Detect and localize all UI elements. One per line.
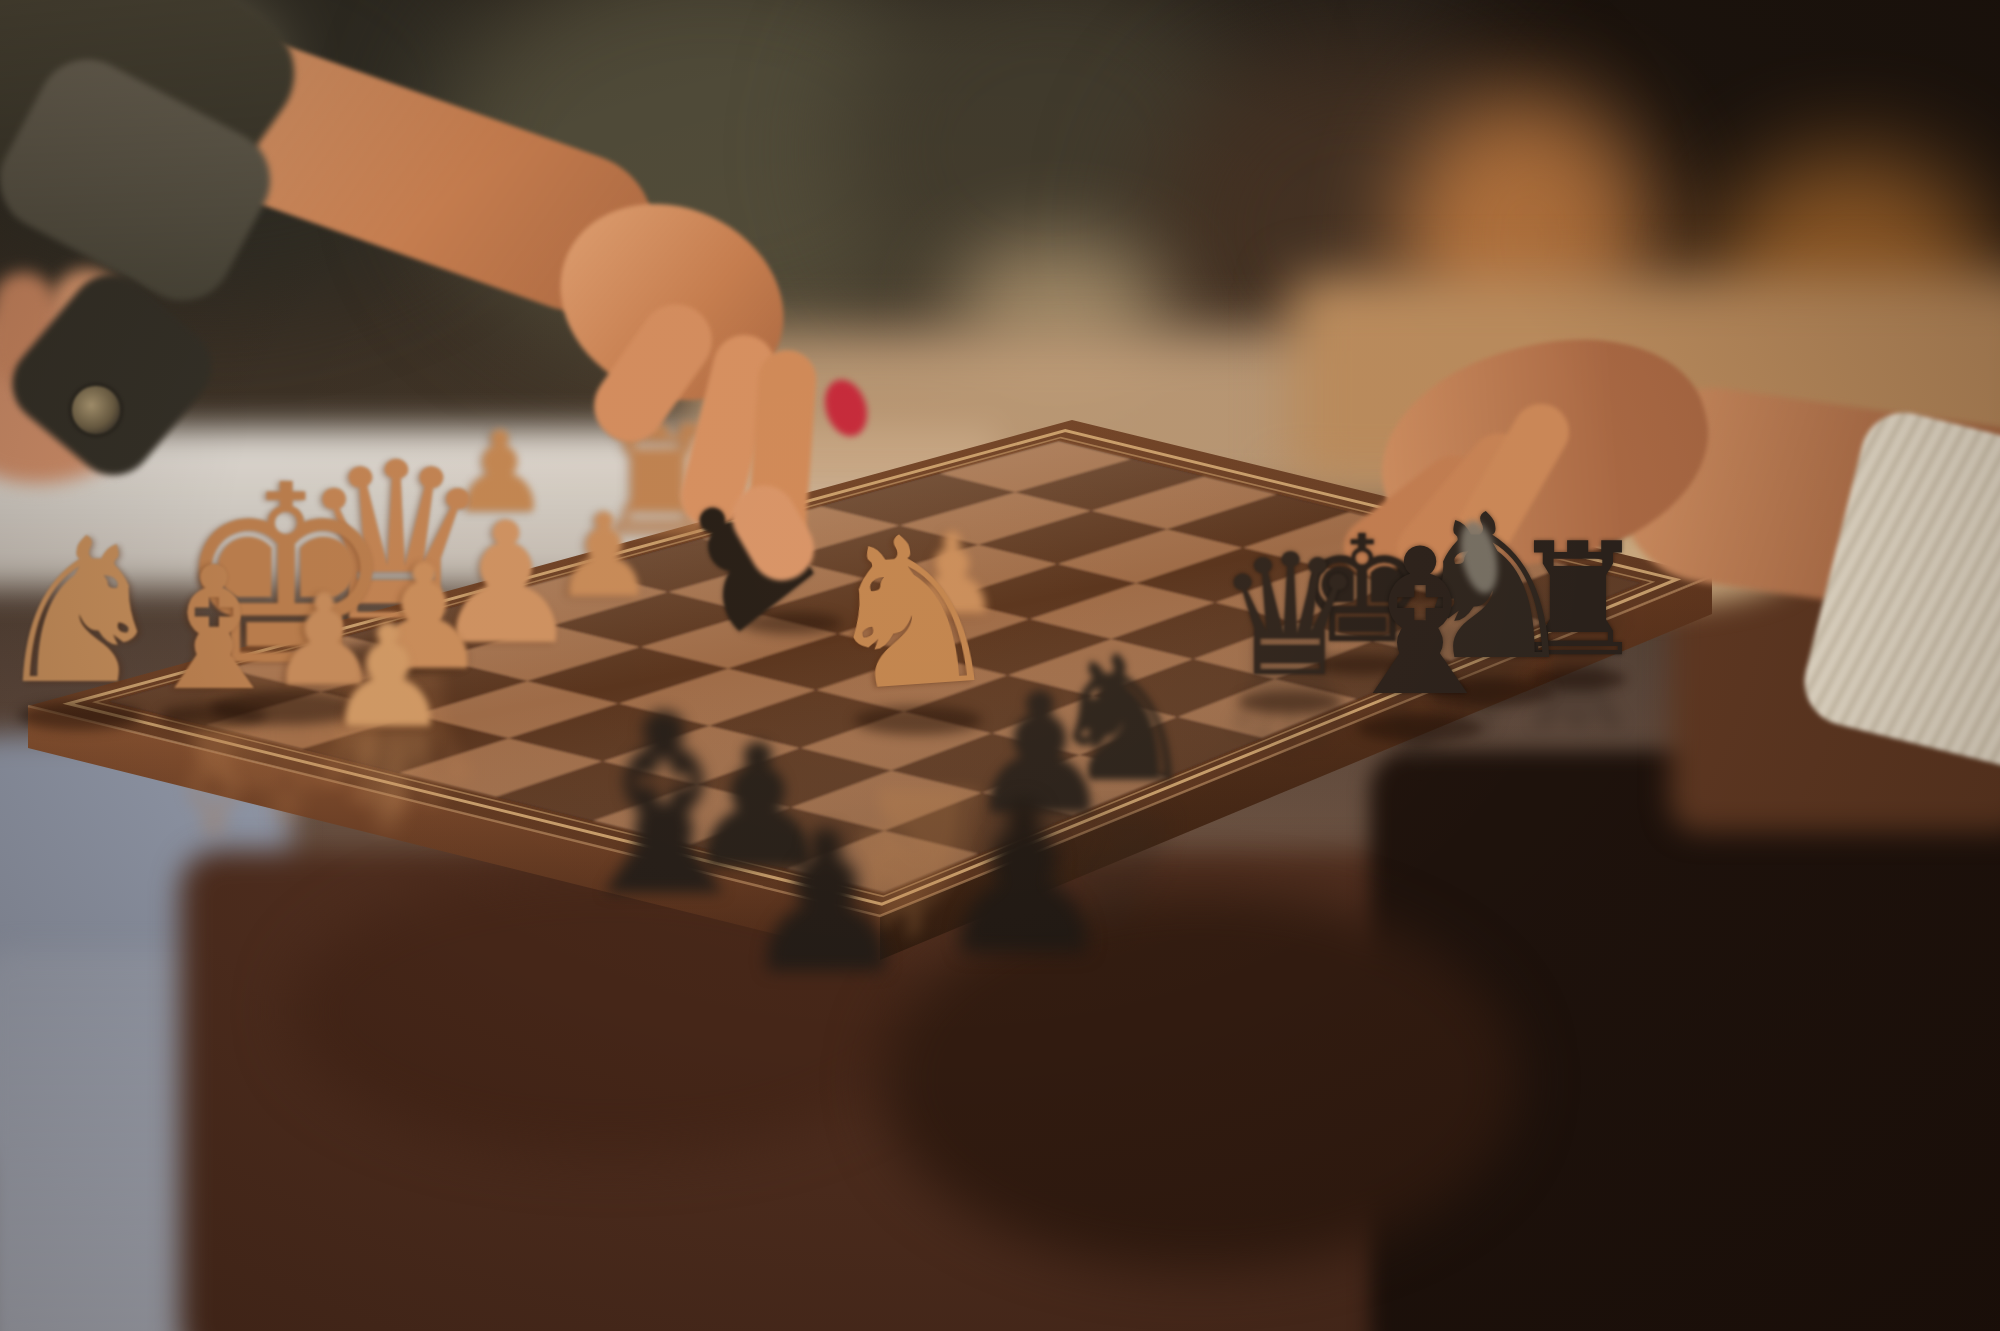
cuff-button <box>72 386 120 434</box>
piece-black-pawn[interactable]: ♟ <box>739 806 913 1000</box>
piece-white-knight[interactable]: ♞ <box>812 504 1011 722</box>
piece-white-bishop[interactable]: ♝ <box>138 544 290 714</box>
piece-white-pawn[interactable]: ♟ <box>324 606 451 748</box>
piece-black-bishop[interactable]: ♝ <box>1329 522 1510 724</box>
chess-photo-scene: ♞♝♝♚♚♟♛♛♟♟♟♟♟♟♜♟♞♞♟♝♟♟♟♟♟♞♞♛♛♚♟♝♝♞♞♜♜ Tw… <box>0 0 2000 1331</box>
piece-black-pawn[interactable]: ♟ <box>931 776 1117 984</box>
